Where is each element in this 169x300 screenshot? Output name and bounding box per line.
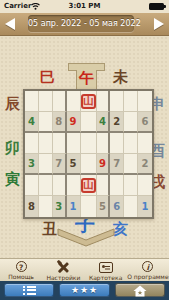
board-cell (39, 196, 53, 217)
bottom-bar: ★★★ (0, 281, 169, 300)
board-cell (39, 91, 53, 112)
board-cell (138, 91, 152, 112)
board-cell: 4 (25, 112, 39, 133)
board-cell (97, 175, 111, 196)
annual-star: 9 (70, 116, 77, 127)
board-cell (53, 133, 67, 154)
list-button[interactable] (4, 283, 54, 297)
app-screen: Carrier 3:01 PM 05 апр. 2022 - 05 мая 20… (0, 0, 169, 300)
board-cell (97, 91, 111, 112)
board-cell (25, 175, 39, 196)
board-cell (124, 133, 138, 154)
board-cell: 2 (138, 154, 152, 175)
annual-star: 6 (113, 201, 120, 212)
board-cell (124, 175, 138, 196)
chevron-right-icon (154, 18, 164, 30)
board-cell: 山 (81, 91, 97, 112)
toolbar-item-cardfile[interactable]: Картотека (85, 259, 127, 282)
board-cell: 8 (53, 112, 67, 133)
board-cell: 8 (25, 196, 39, 217)
favorites-button[interactable]: ★★★ (59, 283, 110, 297)
board-cell: 5 (97, 196, 111, 217)
toolbar-label-cardfile: Картотека (85, 274, 127, 281)
facing-gate-plaque: 午 (68, 63, 105, 90)
monthly-star: 2 (142, 158, 149, 169)
board-cell: 2 (110, 112, 124, 133)
cardfile-icon (99, 262, 113, 273)
monthly-star: 8 (55, 116, 62, 127)
board-cell (67, 133, 81, 154)
toolbar-item-settings[interactable]: Настройки (42, 259, 84, 282)
monthly-star: 1 (142, 201, 149, 212)
board-cell (67, 91, 81, 112)
flying-star-board: 山489426375972山831561 (23, 89, 154, 219)
board-cell (81, 112, 97, 133)
help-icon: ? (16, 261, 27, 272)
toolbar: ? Помощь Настройки Картотека i О програм… (0, 258, 169, 282)
date-nav-bar: 05 апр. 2022 - 05 мая 2022 (0, 13, 169, 36)
board-cell (124, 154, 138, 175)
annual-star: 2 (113, 116, 120, 127)
chevron-left-icon (5, 18, 15, 30)
sitting-arrow-down-icon (57, 228, 115, 247)
settings-icon (57, 261, 70, 273)
board-cell: 3 (53, 196, 67, 217)
board-cell: 山 (81, 175, 97, 196)
toolbar-label-help: Помощь (0, 273, 42, 280)
monthly-star: 5 (99, 201, 106, 212)
prev-period-button[interactable] (2, 16, 18, 32)
board-cell (81, 196, 97, 217)
annual-star: 3 (28, 158, 35, 169)
toolbar-label-about: О программе (127, 273, 169, 280)
board-cell (67, 175, 81, 196)
board-cell: 6 (110, 196, 124, 217)
annual-star: 1 (70, 201, 77, 212)
annual-star: 8 (28, 201, 35, 212)
board-cell: 7 (53, 154, 67, 175)
board-cell (124, 112, 138, 133)
board-cell (53, 175, 67, 196)
toolbar-item-help[interactable]: ? Помощь (0, 259, 42, 282)
toolbar-label-settings: Настройки (42, 274, 84, 281)
board-cell (138, 133, 152, 154)
board-cell (138, 175, 152, 196)
board-cell (39, 175, 53, 196)
board-cell (25, 91, 39, 112)
board-cell: 6 (138, 112, 152, 133)
board-cell: 1 (138, 196, 152, 217)
branch-yin-label: 寅 (5, 171, 20, 187)
status-bar: Carrier 3:01 PM (0, 0, 169, 13)
branch-mao-label: 卯 (5, 140, 20, 156)
board-cell: 9 (67, 112, 81, 133)
date-range-button[interactable]: 05 апр. 2022 - 05 мая 2022 (28, 15, 134, 32)
board-cell: 4 (97, 112, 111, 133)
branch-wei-label: 未 (113, 69, 128, 85)
monthly-star: 4 (99, 116, 106, 127)
home-button[interactable] (115, 283, 165, 297)
mountain-marker-icon: 山 (81, 178, 96, 193)
board-cell (124, 196, 138, 217)
board-cell: 7 (110, 154, 124, 175)
home-icon (133, 285, 147, 297)
monthly-star: 7 (55, 158, 62, 169)
board-cell (110, 91, 124, 112)
board-cell (110, 175, 124, 196)
board-cell (124, 91, 138, 112)
list-icon (23, 286, 36, 295)
board-cell: 1 (67, 196, 81, 217)
stars-label: ★★★ (71, 285, 98, 295)
about-icon: i (142, 261, 153, 272)
annual-star: 5 (70, 158, 77, 169)
mountain-marker-icon: 山 (81, 94, 96, 109)
battery-icon (149, 3, 164, 10)
monthly-star: 6 (142, 116, 149, 127)
board-cell (81, 133, 97, 154)
board-cell: 5 (67, 154, 81, 175)
annual-star: 7 (113, 158, 120, 169)
board-cell: 9 (97, 154, 111, 175)
branch-chou-label: 丑 (42, 221, 57, 237)
board-cell (39, 154, 53, 175)
board-cell (39, 112, 53, 133)
branch-hai-label: 亥 (113, 221, 128, 237)
toolbar-item-about[interactable]: i О программе (127, 259, 169, 282)
branch-chen-label: 辰 (5, 96, 20, 112)
branch-si-label: 巳 (40, 69, 55, 85)
board-cell: 3 (25, 154, 39, 175)
board-cell (97, 133, 111, 154)
board-cell (25, 133, 39, 154)
monthly-star: 3 (55, 201, 62, 212)
board-cell (53, 91, 67, 112)
annual-star: 4 (28, 116, 35, 127)
board-cell (110, 133, 124, 154)
next-period-button[interactable] (151, 16, 167, 32)
monthly-star: 9 (99, 158, 106, 169)
branch-wu-label: 午 (68, 69, 105, 88)
board-cell (81, 154, 97, 175)
clock-label: 3:01 PM (0, 2, 169, 10)
board-cell (39, 133, 53, 154)
